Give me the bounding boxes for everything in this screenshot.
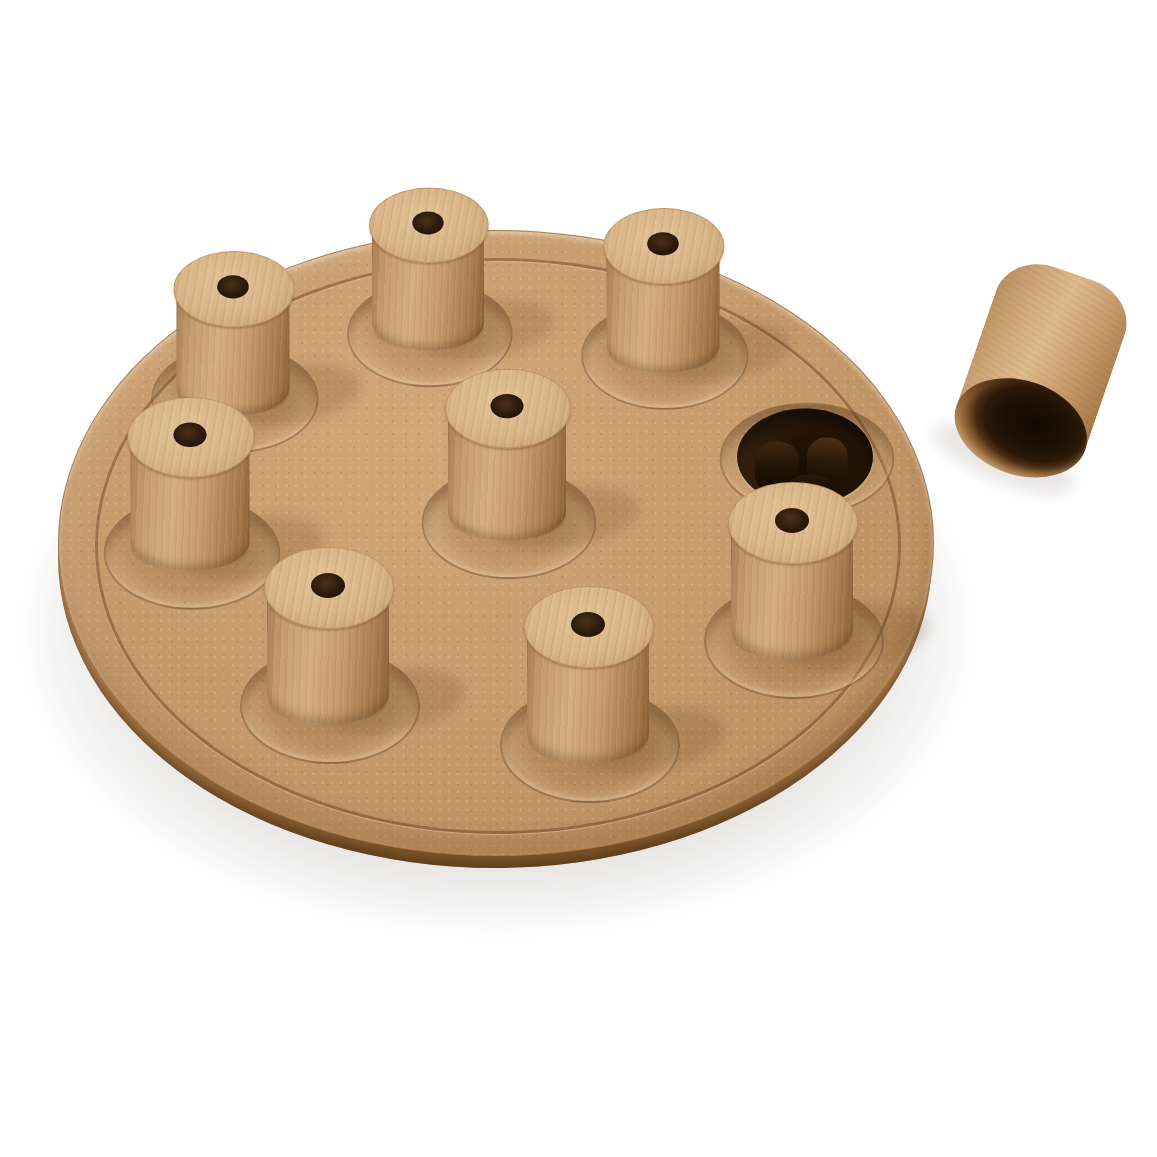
scent-hole-icon xyxy=(491,394,524,418)
scent-hole-icon xyxy=(173,423,206,448)
scent-hole-icon xyxy=(571,612,605,637)
scent-hole-icon xyxy=(311,573,345,598)
scent-hole-icon xyxy=(647,232,679,255)
removed-peg[interactable] xyxy=(942,252,1138,493)
scent-hole-icon xyxy=(217,275,249,298)
scent-hole-icon xyxy=(775,508,809,533)
scene xyxy=(0,0,1157,1157)
scent-hole-icon xyxy=(412,211,443,234)
